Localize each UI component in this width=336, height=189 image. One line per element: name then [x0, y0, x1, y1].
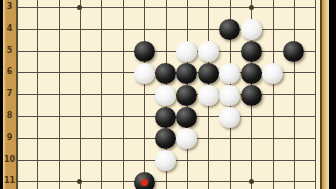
white-stone: [219, 85, 240, 106]
row-label: 9: [3, 134, 16, 142]
white-stone: [241, 19, 262, 40]
black-stone: [241, 85, 262, 106]
row-label: 6: [3, 68, 16, 76]
black-stone: [241, 63, 262, 84]
white-stone: [155, 85, 176, 106]
row-label: 3: [3, 3, 16, 11]
gomoku-board[interactable]: 34567891011: [3, 0, 329, 189]
white-stone: [262, 63, 283, 84]
white-stone: [176, 128, 197, 149]
video-frame: 34567891011: [0, 0, 336, 189]
row-label: 11: [3, 177, 16, 185]
white-stone: [134, 63, 155, 84]
white-stone: [198, 41, 219, 62]
black-stone: [176, 85, 197, 106]
row-label: 10: [3, 156, 16, 164]
star-point: [77, 5, 82, 10]
grid-line-h: [16, 7, 317, 8]
black-stone: [241, 41, 262, 62]
black-stone: [155, 63, 176, 84]
star-point: [77, 179, 82, 184]
row-label: 4: [3, 25, 16, 33]
white-stone: [155, 150, 176, 171]
black-stone: [283, 41, 304, 62]
grid-line-h: [16, 181, 317, 182]
black-stone: [155, 107, 176, 128]
black-stone: [176, 107, 197, 128]
star-point: [249, 5, 254, 10]
black-stone: [219, 19, 240, 40]
black-stone: [176, 63, 197, 84]
white-stone: [219, 63, 240, 84]
grid-line-h: [16, 29, 317, 30]
white-stone: [176, 41, 197, 62]
white-stone: [198, 85, 219, 106]
black-stone: [198, 63, 219, 84]
grid-line-h: [16, 51, 317, 52]
black-stone: [155, 128, 176, 149]
board-frame-right: [322, 0, 330, 189]
last-move-marker: [141, 179, 148, 186]
black-stone: [134, 41, 155, 62]
row-label: 7: [3, 90, 16, 98]
white-stone: [219, 107, 240, 128]
star-point: [249, 179, 254, 184]
row-label: 5: [3, 47, 16, 55]
row-label: 8: [3, 112, 16, 120]
